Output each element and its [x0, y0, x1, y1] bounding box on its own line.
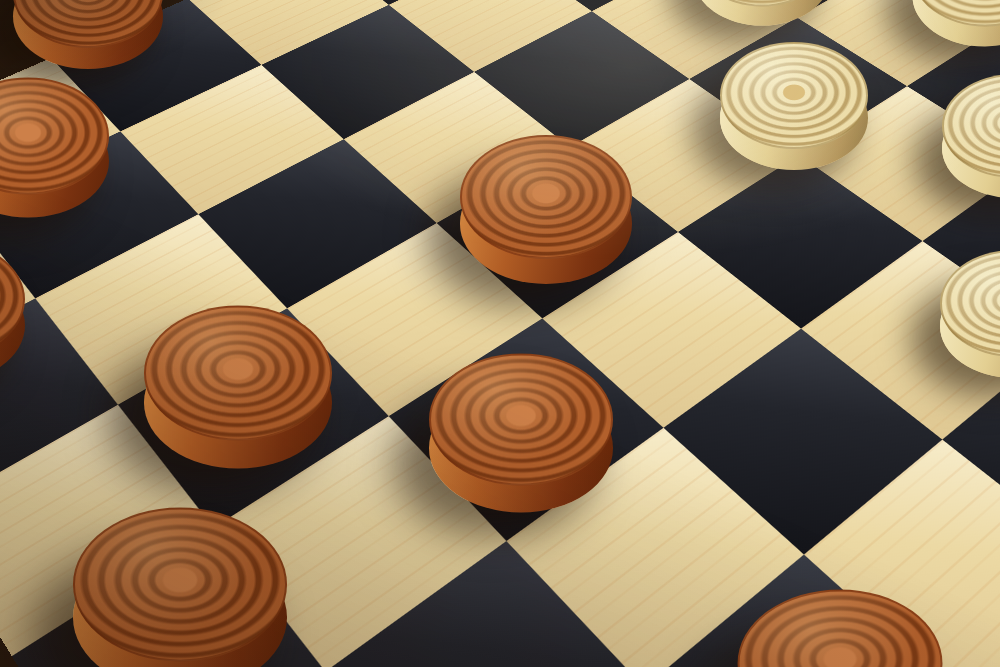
checker-piece-light-c3r0[interactable]: ⛀ [913, 0, 1000, 55]
piece-top-rings [73, 508, 287, 662]
piece-top-rings [429, 354, 613, 486]
checker-piece-dark-c3r6[interactable]: ⛂ [144, 306, 332, 479]
checker-piece-dark-c4r5[interactable]: ⛂ [429, 354, 613, 523]
checker-piece-dark-c1r6[interactable]: ⛂ [0, 78, 109, 227]
checker-piece-dark-c0r5[interactable]: ⛂ [13, 0, 163, 77]
piece-top-rings [738, 590, 943, 667]
checker-piece-dark-c3r4[interactable]: ⛂ [460, 135, 632, 293]
checker-piece-dark-c2r7[interactable]: ⛂ [0, 240, 25, 393]
piece-top-rings [720, 42, 868, 149]
checker-piece-light-c3r2[interactable]: ⛀ [720, 42, 868, 178]
checker-piece-light-c5r2[interactable]: ⛀ [940, 250, 1000, 386]
piece-top-rings [460, 135, 632, 259]
photo-stage: checkers (draughts) ⛂⛂⛂⛂⛂⛂⛂⛂⛀⛀⛀⛀⛀ [0, 0, 1000, 667]
checker-piece-dark-c4r7[interactable]: ⛂ [73, 508, 287, 667]
piece-top-rings [144, 306, 332, 441]
checker-piece-light-c2r1[interactable]: ⛀ [694, 0, 830, 33]
checker-piece-dark-c6r5[interactable]: ⛂ [738, 590, 943, 667]
checker-piece-light-c4r1[interactable]: ⛀ [942, 74, 1000, 206]
